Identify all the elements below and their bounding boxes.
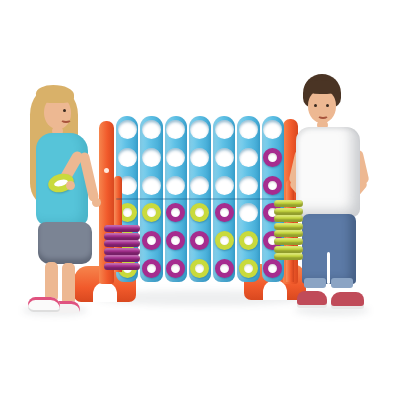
girl-eye (63, 109, 66, 112)
girl-leg-front (45, 262, 58, 302)
girl-player (0, 0, 400, 400)
girl-shoe-front (28, 297, 60, 310)
connect-four-scene (0, 0, 400, 400)
girl-bangs (36, 85, 74, 103)
girl-hand (92, 198, 101, 207)
girl-shorts (38, 222, 92, 264)
girl-leg-back (62, 263, 75, 305)
girl-hand-front (66, 181, 75, 190)
girl-smile (60, 114, 72, 123)
